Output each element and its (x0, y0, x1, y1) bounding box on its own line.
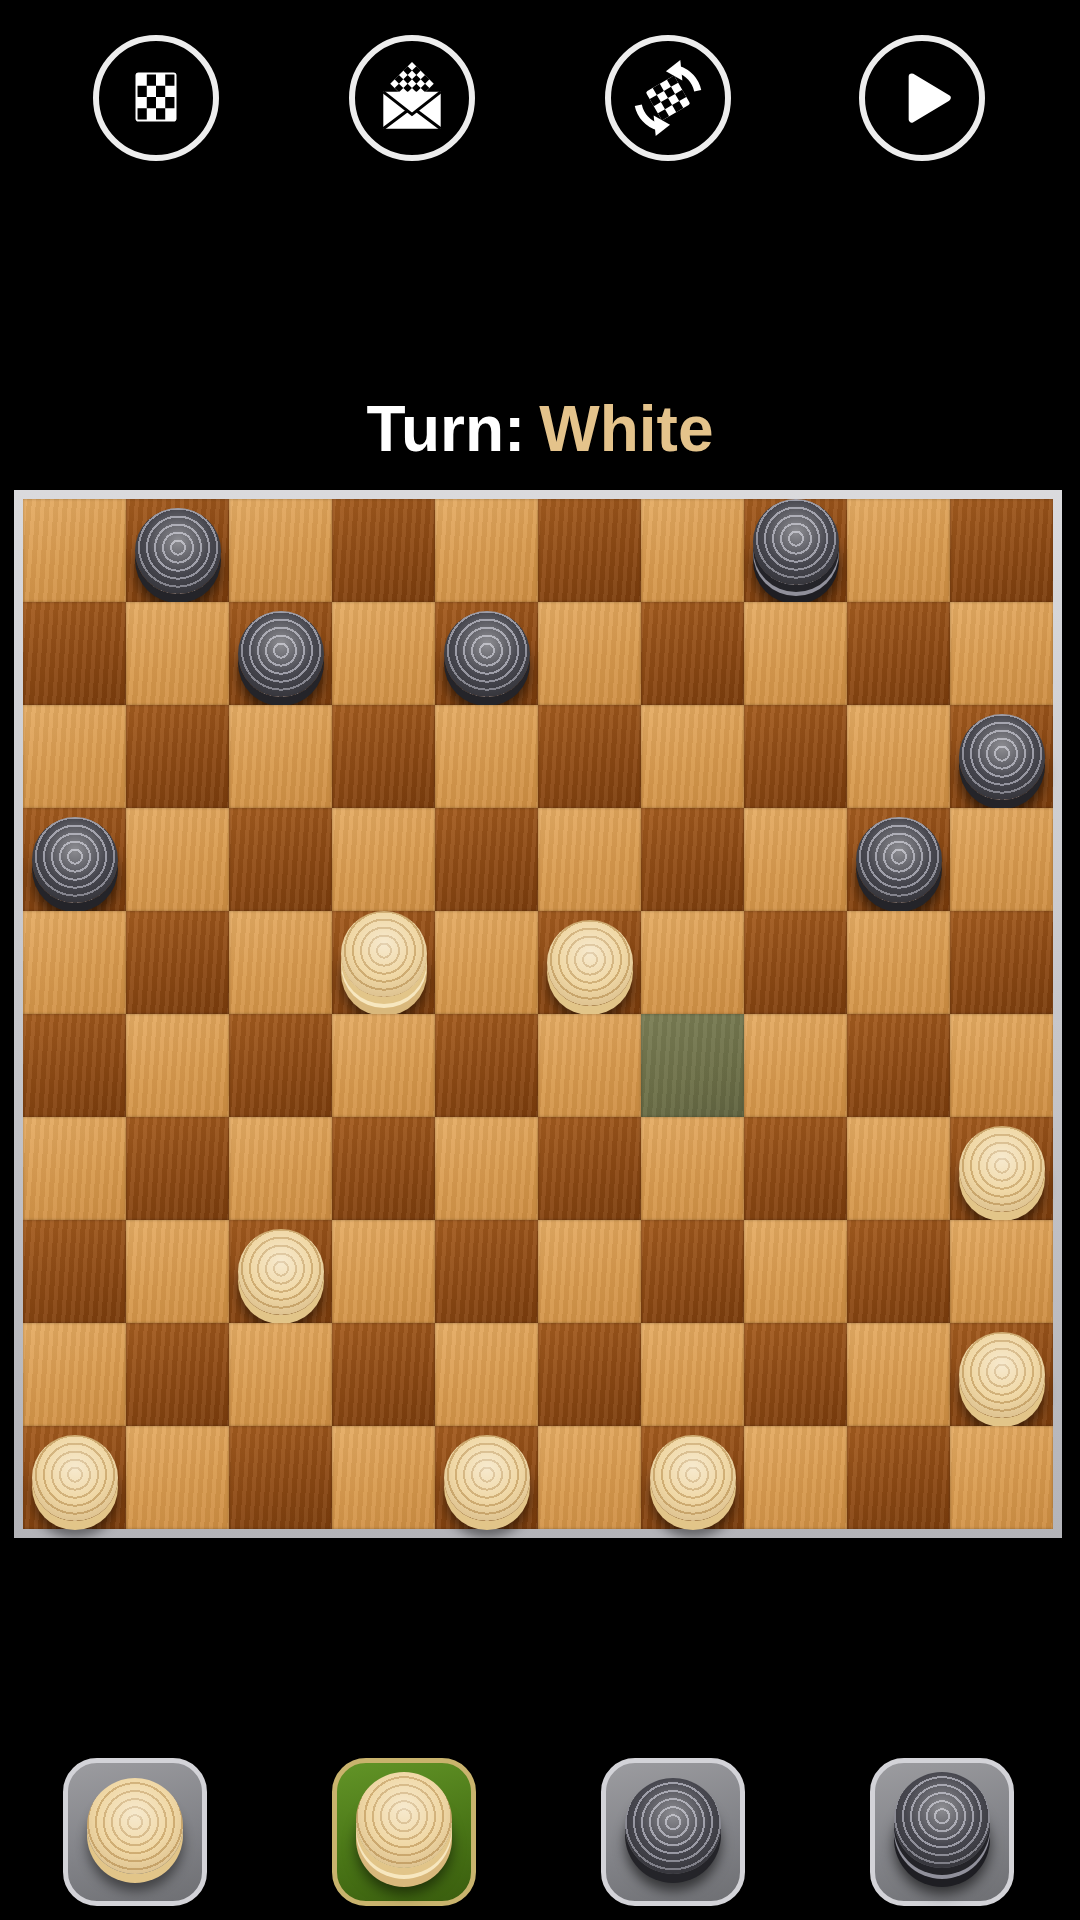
board-square[interactable] (23, 1323, 126, 1426)
board-square[interactable] (744, 1117, 847, 1220)
black-man-piece[interactable] (444, 611, 530, 697)
piece-tray (63, 1758, 1017, 1910)
board-square[interactable] (538, 499, 641, 602)
board-square[interactable] (641, 499, 744, 602)
board-square[interactable] (950, 499, 1053, 602)
turn-indicator: Turn:White (0, 392, 1080, 466)
board-square[interactable] (538, 1323, 641, 1426)
tray-white-man-button[interactable] (63, 1758, 207, 1906)
board-square[interactable] (744, 705, 847, 808)
board-square[interactable] (332, 705, 435, 808)
board-square[interactable] (847, 705, 950, 808)
draughts-board (14, 490, 1062, 1538)
board-square[interactable] (641, 808, 744, 911)
board-square[interactable] (538, 1426, 641, 1529)
white-man-piece[interactable] (444, 1435, 530, 1521)
board-square[interactable] (435, 1323, 538, 1426)
board-square[interactable] (538, 808, 641, 911)
board-square[interactable] (435, 1014, 538, 1117)
board-square[interactable] (332, 1220, 435, 1323)
board-square[interactable] (641, 705, 744, 808)
board-square[interactable] (23, 911, 126, 1014)
board-square[interactable] (23, 808, 126, 911)
board-square[interactable] (332, 808, 435, 911)
board-square[interactable] (126, 808, 229, 911)
board-square[interactable] (744, 911, 847, 1014)
board-square[interactable] (229, 808, 332, 911)
white-man-piece[interactable] (32, 1435, 118, 1521)
board-square[interactable] (229, 1014, 332, 1117)
new-board-button[interactable] (93, 35, 219, 161)
board-square[interactable] (229, 1323, 332, 1426)
board-square[interactable] (538, 1014, 641, 1117)
board-square[interactable] (538, 1220, 641, 1323)
board-square[interactable] (950, 602, 1053, 705)
board-square[interactable] (23, 1220, 126, 1323)
black-man-piece[interactable] (32, 817, 118, 903)
board-square[interactable] (435, 602, 538, 705)
board-square[interactable] (641, 911, 744, 1014)
board-square[interactable] (744, 499, 847, 602)
board-square[interactable] (641, 1117, 744, 1220)
board-square[interactable] (847, 1220, 950, 1323)
highlighted-square[interactable] (641, 1014, 744, 1117)
board-square[interactable] (23, 1117, 126, 1220)
board-square[interactable] (332, 1014, 435, 1117)
board-square[interactable] (641, 1426, 744, 1529)
board-square[interactable] (126, 602, 229, 705)
board-square[interactable] (23, 499, 126, 602)
board-square[interactable] (126, 1117, 229, 1220)
board-square[interactable] (744, 808, 847, 911)
white-man-piece[interactable] (238, 1229, 324, 1315)
board-square[interactable] (435, 499, 538, 602)
board-grid (23, 499, 1053, 1529)
board-square[interactable] (847, 1117, 950, 1220)
play-icon (881, 57, 963, 139)
tray-black-man-button[interactable] (601, 1758, 745, 1906)
board-square[interactable] (538, 602, 641, 705)
rotate-board-icon (627, 57, 709, 139)
board-square[interactable] (126, 1014, 229, 1117)
turn-label: Turn: (367, 393, 526, 465)
board-square[interactable] (847, 602, 950, 705)
board-square[interactable] (229, 499, 332, 602)
board-square[interactable] (435, 911, 538, 1014)
checkerboard-icon (115, 57, 197, 139)
black-man-piece[interactable] (856, 817, 942, 903)
board-square[interactable] (950, 1220, 1053, 1323)
white-man-piece[interactable] (959, 1332, 1045, 1418)
board-square[interactable] (126, 705, 229, 808)
board-square[interactable] (23, 705, 126, 808)
board-square[interactable] (23, 1426, 126, 1529)
board-square[interactable] (950, 911, 1053, 1014)
board-square[interactable] (950, 1323, 1053, 1426)
board-square[interactable] (126, 499, 229, 602)
white-king-piece[interactable] (341, 911, 427, 997)
white-man-piece[interactable] (650, 1435, 736, 1521)
board-square[interactable] (950, 705, 1053, 808)
board-square[interactable] (538, 705, 641, 808)
board-square[interactable] (847, 808, 950, 911)
board-square[interactable] (332, 911, 435, 1014)
board-square[interactable] (744, 1220, 847, 1323)
board-square[interactable] (229, 1117, 332, 1220)
board-square[interactable] (950, 1426, 1053, 1529)
board-square[interactable] (950, 808, 1053, 911)
board-square[interactable] (126, 1323, 229, 1426)
board-square[interactable] (538, 911, 641, 1014)
black-man-piece[interactable] (959, 714, 1045, 800)
black-man-piece[interactable] (238, 611, 324, 697)
board-square[interactable] (126, 1426, 229, 1529)
white-man-piece[interactable] (959, 1126, 1045, 1212)
board-square[interactable] (847, 1014, 950, 1117)
board-square[interactable] (744, 1323, 847, 1426)
board-square[interactable] (744, 1426, 847, 1529)
white-man-icon (87, 1778, 183, 1874)
turn-value: White (539, 393, 713, 465)
board-square[interactable] (847, 499, 950, 602)
board-square[interactable] (332, 1117, 435, 1220)
board-square[interactable] (950, 1117, 1053, 1220)
board-square[interactable] (538, 1117, 641, 1220)
board-square[interactable] (641, 602, 744, 705)
board-square[interactable] (23, 602, 126, 705)
board-square[interactable] (126, 911, 229, 1014)
board-square[interactable] (950, 1014, 1053, 1117)
board-square[interactable] (847, 911, 950, 1014)
tray-black-king-button[interactable] (870, 1758, 1014, 1906)
black-king-icon (894, 1772, 990, 1868)
board-square[interactable] (332, 1323, 435, 1426)
flip-board-button[interactable] (605, 35, 731, 161)
board-square[interactable] (229, 705, 332, 808)
board-square[interactable] (126, 1220, 229, 1323)
board-square[interactable] (744, 602, 847, 705)
board-square[interactable] (332, 1426, 435, 1529)
board-square[interactable] (641, 1220, 744, 1323)
black-man-piece[interactable] (135, 508, 221, 594)
envelope-checkerboard-icon (371, 57, 453, 139)
app-screen: Turn:White (0, 0, 1080, 1920)
board-square[interactable] (641, 1323, 744, 1426)
board-square[interactable] (332, 499, 435, 602)
board-square[interactable] (229, 911, 332, 1014)
board-square[interactable] (435, 1426, 538, 1529)
board-square[interactable] (435, 705, 538, 808)
board-square[interactable] (847, 1323, 950, 1426)
board-square[interactable] (229, 1220, 332, 1323)
board-square[interactable] (435, 808, 538, 911)
white-man-piece[interactable] (547, 920, 633, 1006)
board-square[interactable] (744, 1014, 847, 1117)
board-square[interactable] (23, 1014, 126, 1117)
board-square[interactable] (229, 1426, 332, 1529)
board-square[interactable] (332, 602, 435, 705)
board-square[interactable] (435, 1117, 538, 1220)
black-man-icon (625, 1778, 721, 1874)
black-king-piece[interactable] (753, 499, 839, 585)
tray-white-king-button[interactable] (332, 1758, 476, 1906)
board-square[interactable] (847, 1426, 950, 1529)
board-square[interactable] (435, 1220, 538, 1323)
white-king-icon (356, 1772, 452, 1868)
play-button[interactable] (859, 35, 985, 161)
board-square[interactable] (229, 602, 332, 705)
share-position-button[interactable] (349, 35, 475, 161)
